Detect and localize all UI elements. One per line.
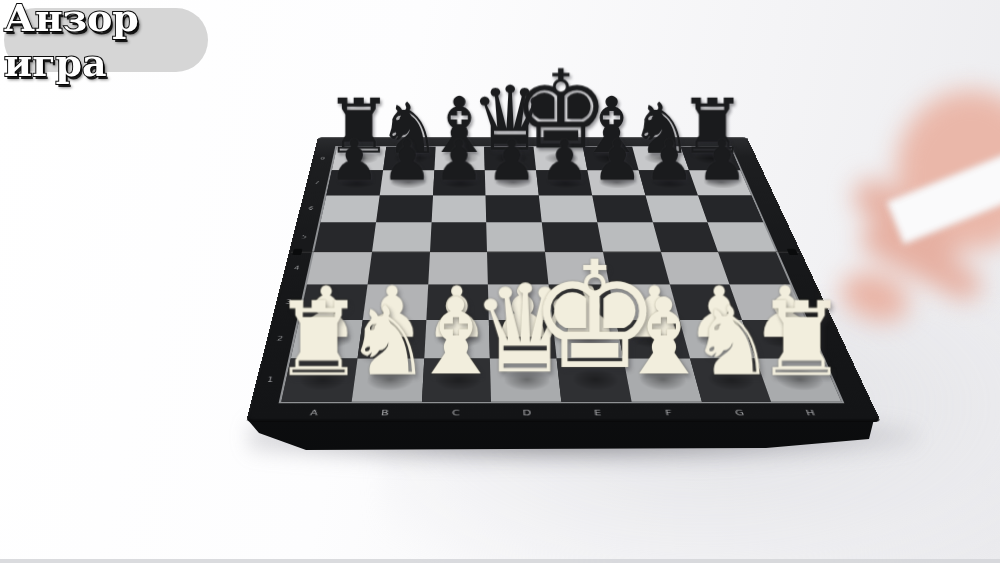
rank-label-4: 4 [294, 265, 300, 270]
piece-white-rook[interactable]: ♜ [756, 287, 848, 390]
watermark-pill: Анзор игра [4, 8, 208, 72]
frame-bottom-strip [0, 559, 1000, 563]
rank-label-8: 8 [320, 156, 325, 160]
square-d7[interactable]: ♟ [485, 170, 539, 195]
square-a7[interactable]: ♟ [326, 170, 383, 195]
hand-thumb [834, 263, 916, 330]
hinge-pin-right [787, 249, 799, 255]
rank-label-7: 7 [314, 180, 320, 184]
square-f6[interactable] [592, 195, 653, 222]
square-d6[interactable] [486, 195, 542, 222]
piece-black-pawn[interactable]: ♟ [434, 132, 485, 188]
rank-label-6: 6 [308, 206, 314, 210]
piece-black-pawn[interactable]: ♟ [644, 132, 695, 188]
file-label-d: D [522, 409, 532, 417]
file-label-h: H [805, 409, 817, 417]
squares-grid: ♜♞♝♛♚♝♞♜♟♟♟♟♟♟♟♟♟♟♟♟♟♟♟♟♜♞♝♛♚♝♞♜ [281, 147, 841, 402]
file-label-c: C [452, 409, 460, 417]
square-h1[interactable]: ♜ [756, 359, 841, 402]
piece-black-pawn[interactable]: ♟ [592, 132, 643, 188]
piece-black-pawn[interactable]: ♟ [697, 132, 748, 188]
square-h6[interactable] [698, 195, 763, 222]
square-f7[interactable]: ♟ [587, 170, 645, 195]
piece-black-pawn[interactable]: ♟ [329, 132, 380, 188]
square-b5[interactable] [372, 222, 431, 252]
piece-black-pawn[interactable]: ♟ [539, 132, 590, 188]
square-h7[interactable]: ♟ [689, 170, 751, 195]
square-c5[interactable] [430, 222, 488, 252]
square-g7[interactable]: ♟ [638, 170, 698, 195]
file-label-e: E [594, 409, 603, 417]
hinge-pin-left [292, 249, 303, 255]
file-label-g: G [734, 409, 746, 417]
square-a5[interactable] [314, 222, 376, 252]
square-a6[interactable] [320, 195, 379, 222]
square-b6[interactable] [376, 195, 433, 222]
hand [838, 96, 1000, 336]
piece-black-pawn[interactable]: ♟ [487, 132, 538, 188]
file-label-a: A [310, 409, 320, 417]
square-h5[interactable] [708, 222, 776, 252]
square-b7[interactable]: ♟ [379, 170, 433, 195]
square-c6[interactable] [431, 195, 486, 222]
piece-black-pawn[interactable]: ♟ [381, 132, 432, 188]
file-label-f: F [664, 409, 673, 417]
square-c7[interactable]: ♟ [433, 170, 486, 195]
square-e6[interactable] [539, 195, 597, 222]
file-label-b: B [381, 409, 390, 417]
chess-board: ♜♞♝♛♚♝♞♜♟♟♟♟♟♟♟♟♟♟♟♟♟♟♟♟♜♞♝♛♚♝♞♜ ABCDEFG… [246, 137, 881, 422]
watermark-text: Анзор игра [4, 0, 208, 85]
square-e7[interactable]: ♟ [536, 170, 592, 195]
video-frame: ♜♞♝♛♚♝♞♜♟♟♟♟♟♟♟♟♟♟♟♟♟♟♟♟♜♞♝♛♚♝♞♜ ABCDEFG… [0, 0, 1000, 563]
square-g6[interactable] [645, 195, 708, 222]
rank-label-5: 5 [301, 235, 307, 240]
